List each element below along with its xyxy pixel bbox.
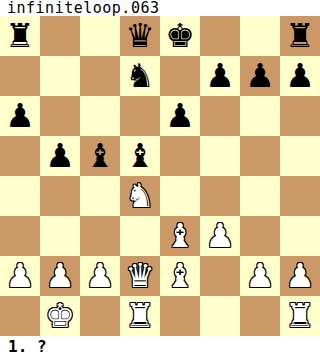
square-c3[interactable] xyxy=(80,216,120,256)
white-rook[interactable]: ♜ xyxy=(120,296,160,336)
square-f8[interactable] xyxy=(200,16,240,56)
white-pawn[interactable]: ♟ xyxy=(280,256,320,296)
square-b5[interactable]: ♟ xyxy=(40,136,80,176)
square-e5[interactable] xyxy=(160,136,200,176)
black-king[interactable]: ♚ xyxy=(160,16,200,56)
square-b1[interactable]: ♚ xyxy=(40,296,80,336)
black-pawn[interactable]: ♟ xyxy=(240,56,280,96)
square-f3[interactable]: ♟ xyxy=(200,216,240,256)
square-e7[interactable] xyxy=(160,56,200,96)
square-b7[interactable] xyxy=(40,56,80,96)
black-rook[interactable]: ♜ xyxy=(280,16,320,56)
black-rook[interactable]: ♜ xyxy=(0,16,40,56)
square-f1[interactable] xyxy=(200,296,240,336)
square-a2[interactable]: ♟ xyxy=(0,256,40,296)
square-h2[interactable]: ♟ xyxy=(280,256,320,296)
black-pawn[interactable]: ♟ xyxy=(0,96,40,136)
square-e3[interactable]: ♝ xyxy=(160,216,200,256)
square-h4[interactable] xyxy=(280,176,320,216)
square-d2[interactable]: ♛ xyxy=(120,256,160,296)
square-g7[interactable]: ♟ xyxy=(240,56,280,96)
square-c1[interactable] xyxy=(80,296,120,336)
square-c8[interactable] xyxy=(80,16,120,56)
white-bishop[interactable]: ♝ xyxy=(160,216,200,256)
black-knight[interactable]: ♞ xyxy=(120,56,160,96)
square-h8[interactable]: ♜ xyxy=(280,16,320,56)
square-b8[interactable] xyxy=(40,16,80,56)
square-a3[interactable] xyxy=(0,216,40,256)
square-d8[interactable]: ♛ xyxy=(120,16,160,56)
black-queen[interactable]: ♛ xyxy=(120,16,160,56)
square-d4[interactable]: ♞ xyxy=(120,176,160,216)
square-h1[interactable]: ♜ xyxy=(280,296,320,336)
square-a5[interactable] xyxy=(0,136,40,176)
square-e8[interactable]: ♚ xyxy=(160,16,200,56)
square-c6[interactable] xyxy=(80,96,120,136)
black-pawn[interactable]: ♟ xyxy=(200,56,240,96)
square-c2[interactable]: ♟ xyxy=(80,256,120,296)
white-pawn[interactable]: ♟ xyxy=(80,256,120,296)
square-g4[interactable] xyxy=(240,176,280,216)
square-g5[interactable] xyxy=(240,136,280,176)
black-pawn[interactable]: ♟ xyxy=(280,56,320,96)
square-d6[interactable] xyxy=(120,96,160,136)
square-a8[interactable]: ♜ xyxy=(0,16,40,56)
white-pawn[interactable]: ♟ xyxy=(240,256,280,296)
square-d3[interactable] xyxy=(120,216,160,256)
square-c4[interactable] xyxy=(80,176,120,216)
white-queen[interactable]: ♛ xyxy=(120,256,160,296)
square-g3[interactable] xyxy=(240,216,280,256)
square-f4[interactable] xyxy=(200,176,240,216)
square-b6[interactable] xyxy=(40,96,80,136)
square-g2[interactable]: ♟ xyxy=(240,256,280,296)
square-c5[interactable]: ♝ xyxy=(80,136,120,176)
black-pawn[interactable]: ♟ xyxy=(40,136,80,176)
square-g1[interactable] xyxy=(240,296,280,336)
black-pawn[interactable]: ♟ xyxy=(160,96,200,136)
square-f5[interactable] xyxy=(200,136,240,176)
white-king[interactable]: ♚ xyxy=(40,296,80,336)
square-g6[interactable] xyxy=(240,96,280,136)
square-a1[interactable] xyxy=(0,296,40,336)
move-prompt: 1. ? xyxy=(0,336,320,360)
square-c7[interactable] xyxy=(80,56,120,96)
square-e2[interactable]: ♝ xyxy=(160,256,200,296)
square-d1[interactable]: ♜ xyxy=(120,296,160,336)
page: { "game": "chess", "title": "infiniteloo… xyxy=(0,0,320,360)
white-knight[interactable]: ♞ xyxy=(120,176,160,216)
white-rook[interactable]: ♜ xyxy=(280,296,320,336)
square-e1[interactable] xyxy=(160,296,200,336)
square-h6[interactable] xyxy=(280,96,320,136)
square-e6[interactable]: ♟ xyxy=(160,96,200,136)
chess-board: ♜♛♚♜♞♟♟♟♟♟♟♝♝♞♝♟♟♟♟♛♝♟♟♚♜♜ xyxy=(0,16,320,336)
square-a4[interactable] xyxy=(0,176,40,216)
square-d5[interactable]: ♝ xyxy=(120,136,160,176)
square-b3[interactable] xyxy=(40,216,80,256)
puzzle-title: infiniteloop.063 xyxy=(0,0,320,16)
square-f2[interactable] xyxy=(200,256,240,296)
white-pawn[interactable]: ♟ xyxy=(40,256,80,296)
square-h5[interactable] xyxy=(280,136,320,176)
black-bishop[interactable]: ♝ xyxy=(80,136,120,176)
square-h7[interactable]: ♟ xyxy=(280,56,320,96)
white-pawn[interactable]: ♟ xyxy=(200,216,240,256)
square-g8[interactable] xyxy=(240,16,280,56)
square-a6[interactable]: ♟ xyxy=(0,96,40,136)
white-pawn[interactable]: ♟ xyxy=(0,256,40,296)
white-bishop[interactable]: ♝ xyxy=(160,256,200,296)
square-f7[interactable]: ♟ xyxy=(200,56,240,96)
square-d7[interactable]: ♞ xyxy=(120,56,160,96)
square-b2[interactable]: ♟ xyxy=(40,256,80,296)
square-b4[interactable] xyxy=(40,176,80,216)
black-bishop[interactable]: ♝ xyxy=(120,136,160,176)
square-a7[interactable] xyxy=(0,56,40,96)
square-f6[interactable] xyxy=(200,96,240,136)
square-e4[interactable] xyxy=(160,176,200,216)
square-h3[interactable] xyxy=(280,216,320,256)
